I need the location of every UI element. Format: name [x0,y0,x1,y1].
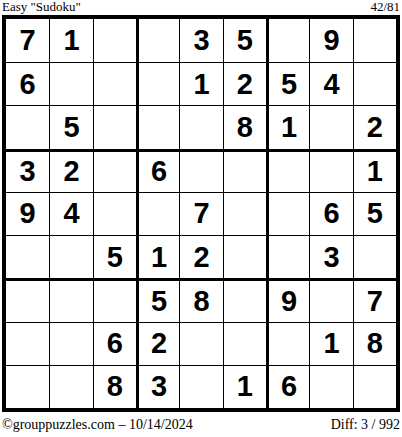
cell-r3c5-empty[interactable] [179,105,222,148]
cell-r7c9-given: 7 [353,278,396,321]
cell-r4c5-empty[interactable] [179,149,222,192]
page-header: Easy "Sudoku" 42/81 [2,0,400,14]
cell-r2c3-empty[interactable] [93,62,136,105]
cell-r4c4-given: 6 [136,149,179,192]
cell-r7c2-empty[interactable] [49,278,92,321]
cell-r3c1-empty[interactable] [6,105,49,148]
cell-r8c9-given: 8 [353,322,396,365]
cell-r8c1-empty[interactable] [6,322,49,365]
cell-r8c6-empty[interactable] [223,322,266,365]
cell-r9c1-empty[interactable] [6,365,49,408]
cell-r4c8-empty[interactable] [309,149,352,192]
page-footer: ©grouppuzzles.com – 10/14/2024 Diff: 3 /… [2,417,400,433]
cell-r1c5-given: 3 [179,19,222,62]
cell-r5c4-empty[interactable] [136,192,179,235]
cell-r8c8-given: 1 [309,322,352,365]
cell-r8c5-empty[interactable] [179,322,222,365]
cell-r5c2-given: 4 [49,192,92,235]
sudoku-board: 713596125458123261947655123589762188316 [2,15,400,412]
cell-r8c4-given: 2 [136,322,179,365]
cell-r7c6-empty[interactable] [223,278,266,321]
cell-r1c9-empty[interactable] [353,19,396,62]
cell-r5c8-given: 6 [309,192,352,235]
cell-r9c8-empty[interactable] [309,365,352,408]
cell-r3c7-given: 1 [266,105,309,148]
cell-r1c7-empty[interactable] [266,19,309,62]
cell-r2c7-given: 5 [266,62,309,105]
cell-r9c7-given: 6 [266,365,309,408]
cell-r5c5-given: 7 [179,192,222,235]
cell-r7c7-given: 9 [266,278,309,321]
cell-r2c9-empty[interactable] [353,62,396,105]
cell-r5c7-empty[interactable] [266,192,309,235]
cell-r4c3-empty[interactable] [93,149,136,192]
cell-r1c1-given: 7 [6,19,49,62]
cell-r5c9-given: 5 [353,192,396,235]
cell-r6c7-empty[interactable] [266,235,309,278]
cell-r2c1-given: 6 [6,62,49,105]
cell-r6c4-given: 1 [136,235,179,278]
cell-r4c1-given: 3 [6,149,49,192]
cell-r7c8-empty[interactable] [309,278,352,321]
cell-r5c6-empty[interactable] [223,192,266,235]
cell-r9c5-empty[interactable] [179,365,222,408]
cell-r6c9-empty[interactable] [353,235,396,278]
cell-r7c5-given: 8 [179,278,222,321]
cell-r5c1-given: 9 [6,192,49,235]
cell-r9c4-given: 3 [136,365,179,408]
cell-r6c1-empty[interactable] [6,235,49,278]
cell-r7c1-empty[interactable] [6,278,49,321]
cell-r3c8-empty[interactable] [309,105,352,148]
sudoku-page: Easy "Sudoku" 42/81 71359612545812326194… [0,0,402,437]
cell-r6c3-given: 5 [93,235,136,278]
cell-r2c8-given: 4 [309,62,352,105]
difficulty-text: Diff: 3 / 992 [331,417,400,433]
cell-r5c3-empty[interactable] [93,192,136,235]
cell-r9c2-empty[interactable] [49,365,92,408]
cell-r9c3-given: 8 [93,365,136,408]
cell-r2c6-given: 2 [223,62,266,105]
cell-r4c9-given: 1 [353,149,396,192]
cell-r3c4-empty[interactable] [136,105,179,148]
cell-r8c7-empty[interactable] [266,322,309,365]
cell-r8c3-given: 6 [93,322,136,365]
cell-r3c2-given: 5 [49,105,92,148]
cell-r6c6-empty[interactable] [223,235,266,278]
cell-r1c4-empty[interactable] [136,19,179,62]
cell-r1c2-given: 1 [49,19,92,62]
cell-r2c2-empty[interactable] [49,62,92,105]
cell-r4c7-empty[interactable] [266,149,309,192]
cell-r8c2-empty[interactable] [49,322,92,365]
cell-r6c2-empty[interactable] [49,235,92,278]
cell-r7c3-empty[interactable] [93,278,136,321]
puzzle-title: Easy "Sudoku" [2,0,81,14]
cell-r9c6-given: 1 [223,365,266,408]
cell-r1c6-given: 5 [223,19,266,62]
cells-remaining-counter: 42/81 [370,0,400,14]
cell-r2c5-given: 1 [179,62,222,105]
cell-r6c8-given: 3 [309,235,352,278]
copyright-date-text: ©grouppuzzles.com – 10/14/2024 [2,417,193,433]
cell-r3c3-empty[interactable] [93,105,136,148]
cell-r1c8-given: 9 [309,19,352,62]
cell-r4c2-given: 2 [49,149,92,192]
cell-r2c4-empty[interactable] [136,62,179,105]
cell-r3c6-given: 8 [223,105,266,148]
cell-r7c4-given: 5 [136,278,179,321]
cell-r1c3-empty[interactable] [93,19,136,62]
cell-r4c6-empty[interactable] [223,149,266,192]
cell-r3c9-given: 2 [353,105,396,148]
cell-r9c9-empty[interactable] [353,365,396,408]
cell-r6c5-given: 2 [179,235,222,278]
